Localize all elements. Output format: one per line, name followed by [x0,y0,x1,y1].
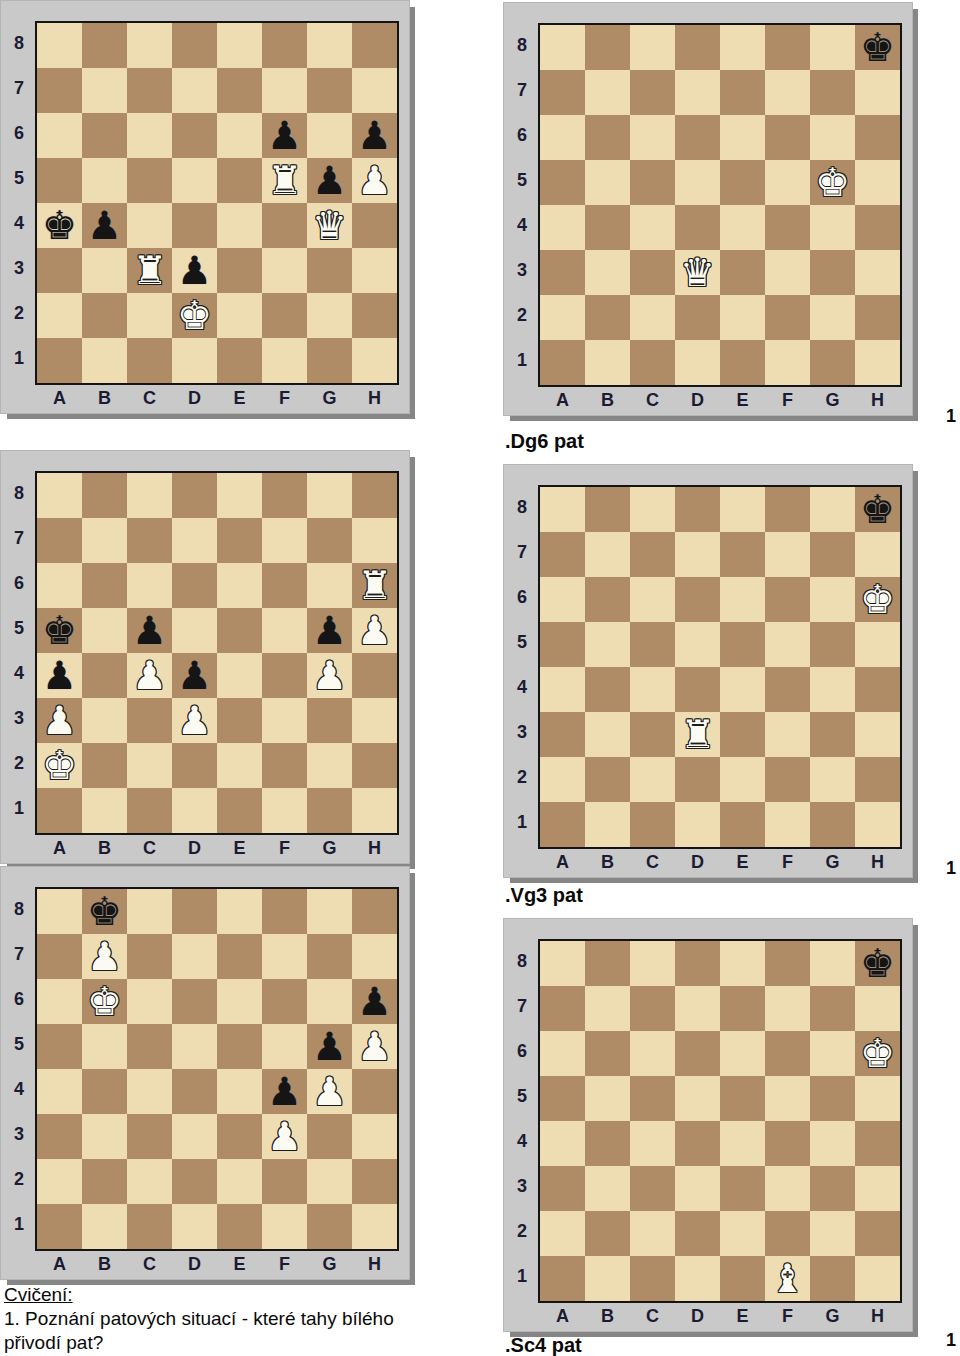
black-pawn-c5: ♟ [132,608,167,653]
square-e7 [720,986,765,1031]
square-d3: ♟ [172,698,217,743]
file-label-g: G [810,849,855,875]
chessboard-bottom-right: 87654321♚♚♝ ABCDEFGH [503,918,913,1332]
rank-label-8: 8 [506,485,538,530]
square-f6 [262,979,307,1024]
square-d2 [172,743,217,788]
square-c1 [127,338,172,383]
square-b6 [585,115,630,160]
square-f5 [262,1024,307,1069]
square-h4 [855,667,900,712]
black-pawn-d3: ♟ [177,248,212,293]
square-f8 [765,941,810,986]
rank-label-3: 3 [3,1112,35,1157]
rank-label-1: 1 [3,1202,35,1247]
square-a6 [37,979,82,1024]
square-b1 [82,788,127,833]
square-d2 [675,295,720,340]
square-d5 [172,158,217,203]
square-h4 [352,203,397,248]
file-label-f: F [765,1303,810,1329]
square-a1 [37,1204,82,1249]
chessboard-bottom-left: 87654321♚♟♚♟♟♟♟♟♟ ABCDEFGH [0,866,410,1280]
square-d6 [172,979,217,1024]
file-label-f: F [262,385,307,411]
file-label-h: H [855,387,900,413]
rank-label-6: 6 [506,1029,538,1074]
exercise-heading: Cvičení: [4,1283,394,1307]
square-e6 [217,113,262,158]
square-f5 [765,622,810,667]
square-a7 [540,532,585,577]
file-label-h: H [352,385,397,411]
square-f8 [765,487,810,532]
board-grid: ♟♟♜♟♟♚♟♛♜♟♚ [35,21,399,385]
square-f5 [262,608,307,653]
chessboard-middle-left: 87654321♜♚♟♟♟♟♟♟♟♟♟♚ ABCDEFGH [0,450,410,864]
square-f8 [765,25,810,70]
square-e2 [720,757,765,802]
square-b7 [585,986,630,1031]
square-b3 [82,698,127,743]
square-c2 [630,1211,675,1256]
file-label-e: E [217,1251,262,1277]
square-d5 [675,1076,720,1121]
square-f4 [262,653,307,698]
square-h7 [352,934,397,979]
square-c2 [127,1159,172,1204]
square-h5 [855,160,900,205]
rank-label-4: 4 [3,1067,35,1112]
file-label-h: H [352,835,397,861]
square-h7 [352,518,397,563]
white-queen-d3: ♛ [680,250,715,295]
square-e7 [217,518,262,563]
square-f5 [765,160,810,205]
square-e6 [217,563,262,608]
square-e3 [720,250,765,295]
square-f8 [262,473,307,518]
square-b4: ♟ [82,203,127,248]
rank-label-4: 4 [506,203,538,248]
square-b5 [585,1076,630,1121]
board-grid: ♚♚♜ [538,485,902,849]
square-h8: ♚ [855,487,900,532]
square-f3 [765,250,810,295]
square-g6 [307,979,352,1024]
file-label-g: G [307,1251,352,1277]
square-c6 [630,577,675,622]
file-label-e: E [217,835,262,861]
square-g1 [810,1256,855,1301]
square-a2 [37,293,82,338]
square-a1 [37,338,82,383]
square-g7 [810,70,855,115]
white-pawn-d3: ♟ [177,698,212,743]
square-c4 [630,205,675,250]
square-h2 [352,743,397,788]
square-e5 [720,1076,765,1121]
square-h6: ♟ [352,979,397,1024]
square-e2 [217,293,262,338]
file-label-f: F [262,1251,307,1277]
file-label-h: H [855,849,900,875]
white-pawn-h5: ♟ [357,158,392,203]
square-b4 [585,667,630,712]
square-h7 [352,68,397,113]
square-e5 [720,622,765,667]
square-b6 [585,1031,630,1076]
exercise-line-2: přivodí pat? [4,1331,394,1355]
square-g1 [307,788,352,833]
file-label-g: G [307,385,352,411]
square-f7 [765,986,810,1031]
square-c3: ♜ [127,248,172,293]
square-b8 [585,487,630,532]
square-b3 [585,1166,630,1211]
square-b6 [82,113,127,158]
rank-label-6: 6 [3,977,35,1022]
square-d3: ♛ [675,250,720,295]
square-g8 [810,25,855,70]
square-g5: ♟ [307,1024,352,1069]
square-c7 [127,934,172,979]
white-pawn-h5: ♟ [357,608,392,653]
square-g2 [307,293,352,338]
square-g1 [307,1204,352,1249]
square-g8 [810,487,855,532]
square-h3 [352,248,397,293]
square-c7 [630,532,675,577]
white-pawn-c4: ♟ [132,653,167,698]
square-g5 [810,1076,855,1121]
file-label-e: E [720,387,765,413]
square-d1 [172,1204,217,1249]
square-g7 [307,518,352,563]
corner-spacer [3,835,37,861]
square-h6: ♚ [855,577,900,622]
rank-label-1: 1 [3,336,35,381]
square-b6 [585,577,630,622]
white-king-h6: ♚ [860,577,895,622]
rank-label-7: 7 [506,530,538,575]
square-f6 [765,577,810,622]
square-f5: ♜ [262,158,307,203]
square-g5 [810,622,855,667]
square-b2 [585,295,630,340]
corner-spacer [3,1251,37,1277]
black-pawn-a4: ♟ [42,653,77,698]
black-king-b8: ♚ [87,889,122,934]
square-a3: ♟ [37,698,82,743]
square-d4 [675,667,720,712]
square-h8 [352,23,397,68]
square-a4 [540,1121,585,1166]
margin-mark-2: 1 [946,858,956,879]
square-d3 [675,1166,720,1211]
file-label-b: B [585,387,630,413]
square-a4: ♚ [37,203,82,248]
square-e8 [720,487,765,532]
square-h8 [352,473,397,518]
square-d5 [172,1024,217,1069]
square-g6 [810,577,855,622]
square-h7 [855,532,900,577]
file-label-e: E [217,385,262,411]
square-b5 [82,608,127,653]
square-c1 [630,340,675,385]
square-c5 [127,158,172,203]
file-label-f: F [262,835,307,861]
square-e5 [217,1024,262,1069]
rank-label-7: 7 [3,66,35,111]
square-e7 [217,68,262,113]
square-e3 [720,712,765,757]
square-g8 [307,889,352,934]
square-e1 [720,802,765,847]
square-f7 [262,934,307,979]
square-b8 [82,473,127,518]
square-d8 [172,23,217,68]
square-c3 [630,712,675,757]
square-c3 [630,1166,675,1211]
square-d3 [172,1114,217,1159]
square-b4 [585,205,630,250]
square-h5: ♟ [352,1024,397,1069]
square-a8 [37,23,82,68]
square-f1 [765,802,810,847]
file-labels: ABCDEFGH [3,1251,399,1277]
square-f3 [262,248,307,293]
black-king-h8: ♚ [860,25,895,70]
square-h4 [855,205,900,250]
square-d4: ♟ [172,653,217,698]
square-c3 [127,698,172,743]
square-g8 [307,473,352,518]
square-e4 [217,653,262,698]
square-g1 [307,338,352,383]
square-b2 [585,757,630,802]
square-a2 [540,295,585,340]
square-c8 [630,487,675,532]
white-king-g5: ♚ [815,160,850,205]
file-label-c: C [630,849,675,875]
chessboard-top-left: 87654321♟♟♜♟♟♚♟♛♜♟♚ ABCDEFGH [0,0,410,414]
square-c4 [127,203,172,248]
black-king-h8: ♚ [860,941,895,986]
square-e1 [217,788,262,833]
file-label-a: A [37,1251,82,1277]
square-f7 [262,518,307,563]
square-e2 [217,743,262,788]
square-b3 [585,250,630,295]
square-a3 [37,1114,82,1159]
chessboard-middle-right: 87654321♚♚♜ ABCDEFGH [503,464,913,878]
black-pawn-g5: ♟ [312,158,347,203]
file-label-a: A [37,835,82,861]
rank-label-2: 2 [3,291,35,336]
square-b6: ♚ [82,979,127,1024]
square-a5 [540,160,585,205]
square-f1 [765,340,810,385]
board-grid: ♚♚♛ [538,23,902,387]
black-pawn-g5: ♟ [312,1024,347,1069]
square-g4 [810,1121,855,1166]
file-label-c: C [630,1303,675,1329]
square-c6 [127,563,172,608]
square-b1 [585,1256,630,1301]
white-rook-h6: ♜ [357,563,392,608]
file-labels: ABCDEFGH [506,849,902,875]
black-pawn-f4: ♟ [267,1069,302,1114]
file-label-d: D [675,1303,720,1329]
file-label-e: E [720,1303,765,1329]
corner-spacer [506,1303,540,1329]
square-c8 [630,941,675,986]
square-d6 [675,577,720,622]
square-c3 [630,250,675,295]
square-d2: ♚ [172,293,217,338]
square-a1 [37,788,82,833]
square-e4 [720,667,765,712]
square-f7 [765,70,810,115]
square-g4 [810,205,855,250]
square-a7 [37,68,82,113]
square-g4: ♟ [307,1069,352,1114]
square-a8 [37,473,82,518]
square-e2 [217,1159,262,1204]
square-g5: ♚ [810,160,855,205]
rank-label-1: 1 [506,338,538,383]
square-h7 [855,70,900,115]
square-b4 [585,1121,630,1166]
square-h8 [352,889,397,934]
square-e6 [720,1031,765,1076]
square-f3 [765,712,810,757]
square-h1 [352,338,397,383]
square-e6 [217,979,262,1024]
square-c8 [127,889,172,934]
rank-labels: 87654321 [3,471,35,835]
file-labels: ABCDEFGH [3,385,399,411]
black-king-a4: ♚ [42,203,77,248]
square-h4 [855,1121,900,1166]
square-c2 [630,757,675,802]
square-e2 [720,295,765,340]
square-e1 [217,1204,262,1249]
square-g3 [810,712,855,757]
square-h8: ♚ [855,25,900,70]
rank-label-8: 8 [3,21,35,66]
exercise-line-1: 1. Poznání patových situací - které tahy… [4,1307,394,1331]
square-a4 [37,1069,82,1114]
rank-label-5: 5 [506,1074,538,1119]
file-label-a: A [37,385,82,411]
square-f8 [262,23,307,68]
black-king-a5: ♚ [42,608,77,653]
file-label-e: E [720,849,765,875]
square-g7 [307,68,352,113]
rank-labels: 87654321 [3,887,35,1251]
square-b2 [82,1159,127,1204]
square-c2 [127,743,172,788]
square-b8 [585,25,630,70]
square-e4 [720,1121,765,1166]
square-g3 [810,1166,855,1211]
square-g4: ♛ [307,203,352,248]
white-pawn-h5: ♟ [357,1024,392,1069]
square-g7 [307,934,352,979]
square-c6 [630,115,675,160]
square-a3 [540,712,585,757]
square-c6 [630,1031,675,1076]
square-g6 [810,1031,855,1076]
square-d8 [172,889,217,934]
square-a6 [37,563,82,608]
square-b2 [82,293,127,338]
square-f2 [765,1211,810,1256]
square-g3 [307,1114,352,1159]
rank-label-5: 5 [506,158,538,203]
square-f3 [765,1166,810,1211]
square-g4 [810,667,855,712]
square-f1 [262,338,307,383]
square-g5: ♟ [307,608,352,653]
square-a5 [37,1024,82,1069]
square-f4 [262,203,307,248]
square-e8 [217,23,262,68]
square-a3 [540,1166,585,1211]
square-d7 [172,934,217,979]
square-f8 [262,889,307,934]
rank-label-6: 6 [3,561,35,606]
square-d6 [675,115,720,160]
rank-label-2: 2 [3,1157,35,1202]
square-f1 [262,788,307,833]
square-e3 [720,1166,765,1211]
square-f7 [765,532,810,577]
square-d4 [675,205,720,250]
square-h2 [352,293,397,338]
file-label-d: D [172,1251,217,1277]
corner-spacer [3,385,37,411]
rank-label-5: 5 [3,1022,35,1067]
white-pawn-b7: ♟ [87,934,122,979]
rank-labels: 87654321 [3,21,35,385]
white-queen-g4: ♛ [312,203,347,248]
square-h6: ♚ [855,1031,900,1076]
square-d1 [675,802,720,847]
square-b1 [82,338,127,383]
square-c5 [630,1076,675,1121]
square-c7 [127,68,172,113]
square-d7 [675,532,720,577]
square-h5 [855,622,900,667]
rank-label-7: 7 [3,932,35,977]
board-grid: ♚♚♝ [538,939,902,1303]
square-d2 [675,1211,720,1256]
square-d2 [172,1159,217,1204]
square-b2 [82,743,127,788]
square-c4 [630,667,675,712]
square-d6 [675,1031,720,1076]
square-e3 [217,248,262,293]
square-f6 [262,563,307,608]
file-label-h: H [855,1303,900,1329]
square-d4 [675,1121,720,1166]
square-f4: ♟ [262,1069,307,1114]
rank-label-3: 3 [506,1164,538,1209]
